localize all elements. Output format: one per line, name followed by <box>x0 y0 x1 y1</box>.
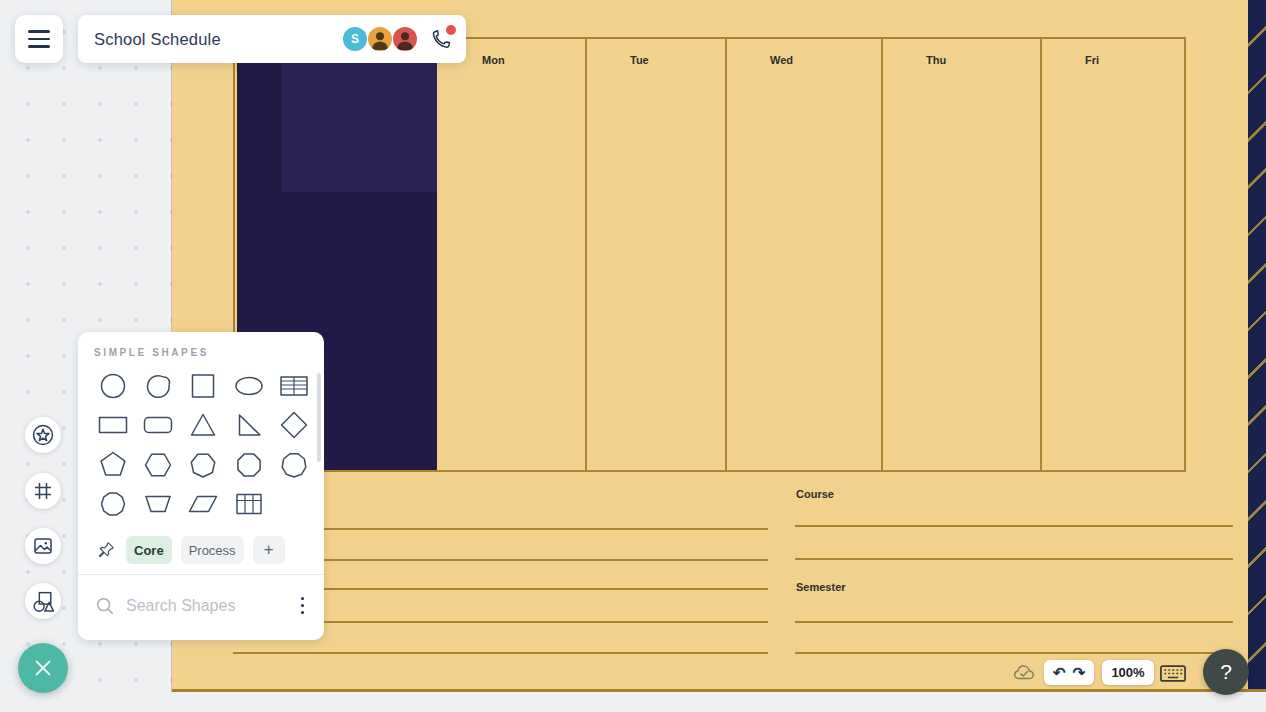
cloud-check-icon <box>1012 661 1037 682</box>
tab-row: CoreProcess + <box>94 536 324 564</box>
collaborator-avatar-photo[interactable] <box>393 27 417 51</box>
diamond-shape[interactable] <box>276 407 312 443</box>
field-label-semester: Semester <box>796 581 846 593</box>
ellipse-shape[interactable] <box>231 368 267 404</box>
frames-tool-button[interactable] <box>25 473 61 509</box>
close-panel-button[interactable] <box>18 643 68 693</box>
decagon-shape-icon <box>98 489 128 519</box>
nonagon-shape-icon <box>279 450 309 480</box>
table-shape[interactable] <box>231 486 267 522</box>
circle-shape-icon <box>98 371 128 401</box>
pin-button[interactable] <box>94 538 118 562</box>
undo-redo-group: ↶ ↷ <box>1044 660 1094 685</box>
triangle-shape-icon <box>188 410 218 440</box>
nonagon-shape[interactable] <box>276 447 312 483</box>
add-tab-button[interactable]: + <box>253 536 285 564</box>
pentagon-shape-icon <box>98 450 128 480</box>
title-bar: School Schedule S <box>78 15 466 63</box>
octagon-shape[interactable] <box>231 447 267 483</box>
day-header-mon: Mon <box>482 54 505 66</box>
save-status <box>1012 661 1037 686</box>
sticker-star-icon <box>30 422 56 448</box>
octagon-shape-icon <box>234 450 264 480</box>
stickers-tool-button[interactable] <box>25 417 61 453</box>
image-icon <box>31 534 55 558</box>
parallelogram-shape[interactable] <box>185 486 221 522</box>
field-line <box>795 558 1233 560</box>
right-triangle-shape-icon <box>234 410 264 440</box>
day-header-fri: Fri <box>1085 54 1099 66</box>
shapes-tool-button[interactable] <box>25 583 61 619</box>
kebab-menu-icon[interactable] <box>297 593 309 619</box>
day-header-tue: Tue <box>630 54 649 66</box>
undo-button[interactable]: ↶ <box>1053 665 1066 680</box>
field-label-course: Course <box>796 488 834 500</box>
collaborator-avatar-photo[interactable] <box>368 27 392 51</box>
parallelogram-shape-icon <box>188 489 218 519</box>
frame-icon <box>31 479 55 503</box>
rounded-rectangle-shape-icon <box>143 410 173 440</box>
hexagon-shape[interactable] <box>140 447 176 483</box>
call-notification-dot <box>446 25 456 35</box>
panel-scrollbar[interactable] <box>317 373 321 462</box>
rectangle-shape-icon <box>98 410 128 440</box>
main-menu-button[interactable] <box>15 15 63 63</box>
pentagon-shape[interactable] <box>95 447 131 483</box>
tab-core[interactable]: Core <box>126 536 172 564</box>
shapes-panel: SIMPLE SHAPES CoreProcess + <box>78 332 324 640</box>
shapes-panel-header: SIMPLE SHAPES <box>94 347 308 358</box>
tab-process[interactable]: Process <box>181 536 244 564</box>
diamond-shape-icon <box>279 410 309 440</box>
help-button[interactable]: ? <box>1203 649 1249 695</box>
arc-shape-icon <box>143 371 173 401</box>
day-header-thu: Thu <box>926 54 946 66</box>
right-triangle-shape[interactable] <box>231 407 267 443</box>
document-title[interactable]: School Schedule <box>94 30 342 49</box>
search-icon <box>94 595 116 617</box>
square-shape[interactable] <box>185 368 221 404</box>
field-line <box>795 525 1233 527</box>
day-column-separator <box>1040 39 1042 470</box>
day-header-wed: Wed <box>770 54 793 66</box>
zoom-level-button[interactable]: 100% <box>1102 660 1154 685</box>
circle-shape[interactable] <box>95 368 131 404</box>
day-column-separator <box>585 39 587 470</box>
tab-chips: CoreProcess <box>126 536 244 564</box>
trapezoid-shape[interactable] <box>140 486 176 522</box>
square-shape-icon <box>188 371 218 401</box>
keyboard-icon <box>1159 662 1187 685</box>
rounded-rectangle-shape[interactable] <box>140 407 176 443</box>
search-shapes-input[interactable] <box>124 596 289 616</box>
heptagon-shape[interactable] <box>185 447 221 483</box>
shapes-icon <box>31 589 56 614</box>
rectangle-shape[interactable] <box>95 407 131 443</box>
hamburger-icon <box>28 30 50 47</box>
shape-grid <box>90 366 320 524</box>
search-row <box>78 575 324 636</box>
table-shape-icon <box>234 489 264 519</box>
whiteboard-app: { "header": { "document_title": "School … <box>0 0 1266 712</box>
collaborator-avatars: S <box>342 27 417 51</box>
decagon-shape[interactable] <box>95 486 131 522</box>
images-tool-button[interactable] <box>25 528 61 564</box>
triangle-shape[interactable] <box>185 407 221 443</box>
striped-table-shape[interactable] <box>276 368 312 404</box>
day-column-separator <box>725 39 727 470</box>
field-line <box>795 621 1233 623</box>
hexagon-shape-icon <box>143 450 173 480</box>
canvas-page[interactable]: MonTueWedThuFri CourseSemester <box>172 0 1266 692</box>
person-silhouette-icon <box>393 27 417 51</box>
person-silhouette-icon <box>368 27 392 51</box>
collaborator-avatar-initial[interactable]: S <box>343 27 367 51</box>
call-button[interactable] <box>430 28 452 50</box>
arc-shape[interactable] <box>140 368 176 404</box>
ellipse-shape-icon <box>234 371 264 401</box>
pushpin-icon <box>96 540 116 560</box>
page-striped-band <box>1248 0 1266 689</box>
heptagon-shape-icon <box>188 450 218 480</box>
schedule-table: MonTueWedThuFri <box>233 37 1186 472</box>
striped-table-shape-icon <box>279 371 309 401</box>
keyboard-shortcuts-button[interactable] <box>1159 662 1187 689</box>
trapezoid-shape-icon <box>143 489 173 519</box>
close-x-icon <box>33 658 53 678</box>
day-column-separator <box>881 39 883 470</box>
field-line <box>795 652 1233 654</box>
note-line <box>233 652 768 654</box>
redo-button[interactable]: ↷ <box>1073 665 1086 680</box>
